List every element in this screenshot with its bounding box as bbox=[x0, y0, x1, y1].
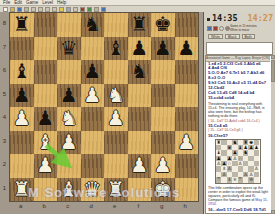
help-icon[interactable] bbox=[101, 7, 106, 12]
square-b8[interactable] bbox=[34, 13, 58, 37]
mini-piece: ♖ bbox=[217, 177, 221, 182]
rank-labels: 87654321 bbox=[0, 12, 9, 200]
mini-piece: ♕ bbox=[233, 177, 237, 182]
status-text: Game in 15 minutes White to move bbox=[230, 25, 274, 32]
white-rook-a1[interactable]: ♜ bbox=[13, 178, 31, 202]
white-pawn-e4[interactable]: ♟ bbox=[107, 107, 125, 131]
square-h1[interactable] bbox=[175, 178, 199, 202]
square-d5[interactable]: ♟ bbox=[81, 84, 105, 108]
rank-label-6: 6 bbox=[0, 59, 9, 83]
square-a3[interactable] bbox=[10, 131, 34, 155]
square-a7[interactable] bbox=[10, 37, 34, 61]
square-f3[interactable] bbox=[128, 131, 152, 155]
square-a8[interactable]: ♜ bbox=[10, 13, 34, 37]
file-label-d: d bbox=[80, 200, 104, 214]
black-knight-f6[interactable]: ♞ bbox=[130, 60, 148, 84]
square-c7[interactable]: ♛ bbox=[57, 37, 81, 61]
square-h8[interactable] bbox=[175, 13, 199, 37]
white-king-g1[interactable]: ♚ bbox=[154, 178, 172, 202]
black-pawn-c5[interactable]: ♟ bbox=[60, 84, 78, 108]
play-icon[interactable] bbox=[45, 7, 50, 12]
square-c5[interactable]: ♟ bbox=[57, 84, 81, 108]
black-queen-c7[interactable]: ♛ bbox=[60, 37, 78, 61]
square-g3[interactable] bbox=[151, 131, 175, 155]
white-pawn-a4[interactable]: ♟ bbox=[13, 107, 31, 131]
white-pawn-h3[interactable]: ♟ bbox=[177, 131, 195, 155]
file-label-c: c bbox=[56, 200, 80, 214]
square-h4[interactable] bbox=[175, 107, 199, 131]
forward-icon[interactable] bbox=[52, 7, 57, 12]
square-g8[interactable]: ♚ bbox=[151, 13, 175, 37]
chess-board[interactable]: ♜♞♜♚♛♝♟♟♟♝♟♞♟♟♟♞♟♟♞♟♝♟♟♟♟♟♜♝♛♜♚ bbox=[9, 12, 199, 202]
rank-label-3: 3 bbox=[0, 130, 9, 154]
square-g7[interactable]: ♟ bbox=[151, 37, 175, 61]
hint-icon[interactable] bbox=[59, 7, 64, 12]
notation-scrollbar[interactable] bbox=[271, 55, 275, 214]
square-b2[interactable]: ♟ bbox=[34, 154, 58, 178]
square-c8[interactable] bbox=[57, 13, 81, 37]
rank-label-2: 2 bbox=[0, 153, 9, 177]
square-d7[interactable] bbox=[81, 37, 105, 61]
square-f4[interactable] bbox=[128, 107, 152, 131]
file-label-e: e bbox=[103, 200, 127, 214]
file-label-h: h bbox=[174, 200, 198, 214]
status-line-2: White to move bbox=[230, 29, 274, 33]
square-g6[interactable] bbox=[151, 60, 175, 84]
right-panel: 14:35 14:27 Game in 15 minutes White to … bbox=[203, 12, 275, 214]
square-h6[interactable] bbox=[175, 60, 199, 84]
square-e8[interactable] bbox=[104, 13, 128, 37]
square-f7[interactable]: ♟ bbox=[128, 37, 152, 61]
scroll-thumb[interactable] bbox=[271, 60, 275, 82]
scroll-down-icon[interactable] bbox=[271, 210, 275, 214]
settings-icon[interactable] bbox=[94, 7, 99, 12]
rank-label-8: 8 bbox=[0, 12, 9, 36]
square-c6[interactable] bbox=[57, 60, 81, 84]
square-e3[interactable] bbox=[104, 131, 128, 155]
square-f8[interactable]: ♜ bbox=[128, 13, 152, 37]
white-clock: 14:35 bbox=[212, 13, 238, 23]
move-entry-box[interactable] bbox=[206, 42, 273, 55]
square-d2[interactable] bbox=[81, 154, 105, 178]
move-line-4[interactable]: Cc6 13.d5 Cd8 14.a4 b4 15.cxb4 cxb4 bbox=[206, 91, 270, 101]
square-b5[interactable] bbox=[34, 84, 58, 108]
square-a1[interactable]: ♜ bbox=[10, 178, 34, 202]
black-pawn-g7[interactable]: ♟ bbox=[154, 37, 172, 61]
black-rook-a8[interactable]: ♜ bbox=[13, 13, 31, 37]
square-h5[interactable] bbox=[175, 84, 199, 108]
black-pawn-d6[interactable]: ♟ bbox=[83, 60, 101, 84]
square-c2[interactable] bbox=[57, 154, 81, 178]
square-g2[interactable]: ♟ bbox=[151, 154, 175, 178]
square-e5[interactable]: ♞ bbox=[104, 84, 128, 108]
clock-button-white[interactable]: White bbox=[208, 34, 223, 39]
white-knight-e5[interactable]: ♞ bbox=[107, 84, 125, 108]
analyze-icon[interactable] bbox=[66, 7, 71, 12]
book-icon[interactable] bbox=[87, 7, 92, 12]
white-pawn-c3[interactable]: ♟ bbox=[60, 131, 78, 155]
white-pawn-f2[interactable]: ♟ bbox=[130, 154, 148, 178]
file-label-g: g bbox=[150, 200, 174, 214]
square-b6[interactable] bbox=[34, 60, 58, 84]
white-knight-c4[interactable]: ♞ bbox=[60, 107, 78, 131]
mini-square-h1 bbox=[254, 177, 259, 182]
black-pawn-b4[interactable]: ♟ bbox=[36, 107, 54, 131]
square-h3[interactable]: ♟ bbox=[175, 131, 199, 155]
square-g1[interactable]: ♚ bbox=[151, 178, 175, 202]
square-g5[interactable] bbox=[151, 84, 175, 108]
chess-app-window: FileEditGameLevelHelp 87654321 ♜♞♜♚♛♝♟♟♟… bbox=[0, 0, 275, 214]
black-pawn-a5[interactable]: ♟ bbox=[13, 84, 31, 108]
square-d8[interactable]: ♞ bbox=[81, 13, 105, 37]
rank-label-4: 4 bbox=[0, 106, 9, 130]
clock-button-black[interactable]: Black bbox=[225, 34, 240, 39]
clock-button-both[interactable]: Both bbox=[242, 34, 255, 39]
white-clock-face-icon[interactable] bbox=[219, 26, 224, 31]
square-e7[interactable]: ♝ bbox=[104, 37, 128, 61]
flip-board-icon[interactable] bbox=[73, 7, 78, 12]
white-bishop-b3[interactable]: ♝ bbox=[36, 131, 54, 155]
pause-clock-icon[interactable] bbox=[207, 26, 212, 31]
board-frame: 87654321 ♜♞♜♚♛♝♟♟♟♝♟♞♟♟♟♞♟♟♞♟♝♟♟♟♟♟♜♝♛♜♚… bbox=[0, 12, 203, 214]
square-a2[interactable] bbox=[10, 154, 34, 178]
commentary-paragraph-2: This little combination opens up the cen… bbox=[206, 185, 270, 207]
square-a6[interactable]: ♝ bbox=[10, 60, 34, 84]
back-icon[interactable] bbox=[31, 7, 36, 12]
square-f1[interactable] bbox=[128, 178, 152, 202]
notation-pane[interactable]: Annotated Game — Ruy Lopez, Breyer [C95]… bbox=[205, 55, 275, 214]
final-move-line[interactable]: 16...dxe5 17.Cxe5 Dd6 18.Td1 bbox=[206, 207, 270, 212]
white-pawn-b2[interactable]: ♟ bbox=[36, 154, 54, 178]
print-icon[interactable] bbox=[24, 7, 29, 12]
scroll-up-icon[interactable] bbox=[271, 55, 275, 59]
open-icon[interactable] bbox=[10, 7, 15, 12]
square-b1[interactable] bbox=[34, 178, 58, 202]
square-b7[interactable] bbox=[34, 37, 58, 61]
square-c1[interactable]: ♝ bbox=[57, 178, 81, 202]
rank-label-1: 1 bbox=[0, 177, 9, 201]
mini-piece: ♗ bbox=[227, 177, 231, 182]
black-bishop-a6[interactable]: ♝ bbox=[13, 60, 31, 84]
rank-label-5: 5 bbox=[0, 83, 9, 107]
black-rook-f8[interactable]: ♜ bbox=[130, 13, 148, 37]
square-f6[interactable]: ♞ bbox=[128, 60, 152, 84]
square-a5[interactable]: ♟ bbox=[10, 84, 34, 108]
square-f5[interactable] bbox=[128, 84, 152, 108]
mini-diagram-frame: ♜♞♜♚♛♝♟♟♟♝♟♞♟♟♙♘♙♟♘♙♗♙♙♙♙♙♖♗♕♖♔ bbox=[215, 139, 261, 184]
mini-diagram-board: ♜♞♜♚♛♝♟♟♟♝♟♞♟♟♙♘♙♟♘♙♗♙♙♙♙♙♖♗♕♖♔ bbox=[216, 140, 260, 183]
file-label-a: a bbox=[9, 200, 33, 214]
rank-label-7: 7 bbox=[0, 36, 9, 60]
menu-item-file[interactable]: File bbox=[3, 0, 10, 5]
new-icon[interactable] bbox=[3, 7, 8, 12]
white-queen-d1[interactable]: ♛ bbox=[83, 178, 101, 202]
square-b4[interactable]: ♟ bbox=[34, 107, 58, 131]
square-a4[interactable]: ♟ bbox=[10, 107, 34, 131]
file-label-b: b bbox=[33, 200, 57, 214]
square-e2[interactable] bbox=[104, 154, 128, 178]
white-pawn-g2[interactable]: ♟ bbox=[154, 154, 172, 178]
square-b3[interactable]: ♝ bbox=[34, 131, 58, 155]
square-d1[interactable]: ♛ bbox=[81, 178, 105, 202]
square-h2[interactable] bbox=[175, 154, 199, 178]
square-c4[interactable]: ♞ bbox=[57, 107, 81, 131]
menu-item-level[interactable]: Level bbox=[42, 0, 53, 5]
menu-item-game[interactable]: Game bbox=[26, 0, 38, 5]
clock-controls: Game in 15 minutes White to move bbox=[204, 25, 275, 34]
file-labels: abcdefgh bbox=[9, 200, 197, 214]
square-e6[interactable] bbox=[104, 60, 128, 84]
black-pawn-f7[interactable]: ♟ bbox=[130, 37, 148, 61]
black-knight-d8[interactable]: ♞ bbox=[83, 13, 101, 37]
square-d3[interactable] bbox=[81, 131, 105, 155]
clock-button-row: WhiteBlackBoth bbox=[204, 34, 275, 41]
square-d6[interactable]: ♟ bbox=[81, 60, 105, 84]
square-c3[interactable]: ♟ bbox=[57, 131, 81, 155]
pause-icon[interactable] bbox=[38, 7, 43, 12]
engine-icon[interactable] bbox=[80, 7, 85, 12]
square-e1[interactable]: ♜ bbox=[104, 178, 128, 202]
square-d4[interactable] bbox=[81, 107, 105, 131]
square-f2[interactable]: ♟ bbox=[128, 154, 152, 178]
black-king-g8[interactable]: ♚ bbox=[154, 13, 172, 37]
square-e4[interactable]: ♟ bbox=[104, 107, 128, 131]
menu-item-help[interactable]: Help bbox=[57, 0, 66, 5]
mini-piece: ♔ bbox=[249, 177, 253, 182]
mini-piece: ♖ bbox=[238, 177, 242, 182]
black-clock: 14:27 bbox=[247, 13, 273, 23]
main-move-2[interactable]: 16.Cfxe5? bbox=[206, 133, 270, 138]
square-g4[interactable] bbox=[151, 107, 175, 131]
square-h7[interactable]: ♟ bbox=[175, 37, 199, 61]
active-clock-icon bbox=[207, 18, 210, 21]
white-bishop-c1[interactable]: ♝ bbox=[60, 178, 78, 202]
white-rook-e1[interactable]: ♜ bbox=[107, 178, 125, 202]
black-bishop-e7[interactable]: ♝ bbox=[107, 37, 125, 61]
save-icon[interactable] bbox=[17, 7, 22, 12]
stop-clock-icon[interactable] bbox=[213, 26, 218, 31]
black-pawn-h7[interactable]: ♟ bbox=[177, 37, 195, 61]
white-pawn-d5[interactable]: ♟ bbox=[83, 84, 101, 108]
commentary-paragraph-1: Threatening to seal everything with 15.c… bbox=[206, 101, 270, 119]
move-list[interactable]: 1.e4 e5 2.Cf3 Cc6 3.Ab5 a6 4.Aa4 Cf65.O-… bbox=[206, 62, 270, 101]
file-label-f: f bbox=[127, 200, 151, 214]
menu-item-edit[interactable]: Edit bbox=[14, 0, 22, 5]
